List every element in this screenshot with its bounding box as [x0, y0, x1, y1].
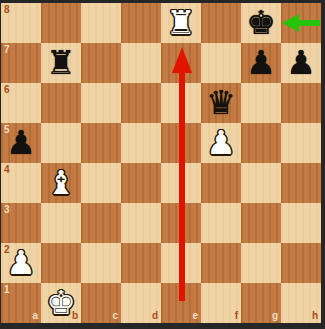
- square-d1[interactable]: d: [121, 283, 161, 323]
- square-f8[interactable]: [201, 3, 241, 43]
- square-f1[interactable]: f: [201, 283, 241, 323]
- square-h2[interactable]: [281, 243, 321, 283]
- square-f7[interactable]: [201, 43, 241, 83]
- square-f6[interactable]: ♛: [201, 83, 241, 123]
- square-h3[interactable]: [281, 203, 321, 243]
- rank-label-3: 3: [4, 204, 10, 215]
- white-bishop-b4[interactable]: ♝: [41, 163, 81, 203]
- rank-label-8: 8: [4, 4, 10, 15]
- square-f4[interactable]: [201, 163, 241, 203]
- square-e3[interactable]: [161, 203, 201, 243]
- black-pawn-h7[interactable]: ♟: [281, 43, 321, 83]
- square-g8[interactable]: ♚: [241, 3, 281, 43]
- rank-label-6: 6: [4, 84, 10, 95]
- square-b5[interactable]: [41, 123, 81, 163]
- square-g5[interactable]: [241, 123, 281, 163]
- square-b3[interactable]: [41, 203, 81, 243]
- white-pawn-a2[interactable]: ♟: [1, 243, 41, 283]
- square-b1[interactable]: b♚: [41, 283, 81, 323]
- square-a6[interactable]: 6: [1, 83, 41, 123]
- square-d8[interactable]: [121, 3, 161, 43]
- square-c1[interactable]: c: [81, 283, 121, 323]
- square-d2[interactable]: [121, 243, 161, 283]
- square-c3[interactable]: [81, 203, 121, 243]
- file-label-a: a: [32, 310, 38, 321]
- file-label-d: d: [152, 310, 158, 321]
- square-e4[interactable]: [161, 163, 201, 203]
- square-h1[interactable]: h: [281, 283, 321, 323]
- square-c7[interactable]: [81, 43, 121, 83]
- square-e5[interactable]: [161, 123, 201, 163]
- square-e8[interactable]: ♜: [161, 3, 201, 43]
- square-c6[interactable]: [81, 83, 121, 123]
- file-label-g: g: [272, 310, 278, 321]
- board-frame: 8♜♚7♜♟♟6♛5♟♟4♝32♟1ab♚cdefgh: [0, 0, 325, 329]
- square-a1[interactable]: 1a: [1, 283, 41, 323]
- black-pawn-g7[interactable]: ♟: [241, 43, 281, 83]
- white-rook-e8[interactable]: ♜: [161, 3, 201, 43]
- square-c2[interactable]: [81, 243, 121, 283]
- square-h8[interactable]: [281, 3, 321, 43]
- square-h7[interactable]: ♟: [281, 43, 321, 83]
- file-label-f: f: [235, 310, 238, 321]
- chess-board: 8♜♚7♜♟♟6♛5♟♟4♝32♟1ab♚cdefgh: [1, 3, 321, 323]
- black-pawn-a5[interactable]: ♟: [1, 123, 41, 163]
- square-g3[interactable]: [241, 203, 281, 243]
- square-a7[interactable]: 7: [1, 43, 41, 83]
- square-b2[interactable]: [41, 243, 81, 283]
- square-d3[interactable]: [121, 203, 161, 243]
- rank-label-1: 1: [4, 284, 10, 295]
- square-b4[interactable]: ♝: [41, 163, 81, 203]
- square-e7[interactable]: [161, 43, 201, 83]
- square-c8[interactable]: [81, 3, 121, 43]
- square-e2[interactable]: [161, 243, 201, 283]
- square-a5[interactable]: 5♟: [1, 123, 41, 163]
- file-label-e: e: [192, 310, 198, 321]
- square-b7[interactable]: ♜: [41, 43, 81, 83]
- black-queen-f6[interactable]: ♛: [201, 83, 241, 123]
- square-b6[interactable]: [41, 83, 81, 123]
- black-king-g8[interactable]: ♚: [241, 3, 281, 43]
- square-f3[interactable]: [201, 203, 241, 243]
- black-rook-b7[interactable]: ♜: [41, 43, 81, 83]
- white-king-b1[interactable]: ♚: [41, 283, 81, 323]
- square-a8[interactable]: 8: [1, 3, 41, 43]
- square-g6[interactable]: [241, 83, 281, 123]
- square-f5[interactable]: ♟: [201, 123, 241, 163]
- square-b8[interactable]: [41, 3, 81, 43]
- square-a4[interactable]: 4: [1, 163, 41, 203]
- square-f2[interactable]: [201, 243, 241, 283]
- square-g7[interactable]: ♟: [241, 43, 281, 83]
- square-d5[interactable]: [121, 123, 161, 163]
- square-c4[interactable]: [81, 163, 121, 203]
- rank-label-4: 4: [4, 164, 10, 175]
- square-h5[interactable]: [281, 123, 321, 163]
- square-d4[interactable]: [121, 163, 161, 203]
- square-a3[interactable]: 3: [1, 203, 41, 243]
- square-g2[interactable]: [241, 243, 281, 283]
- rank-label-7: 7: [4, 44, 10, 55]
- square-g4[interactable]: [241, 163, 281, 203]
- square-d6[interactable]: [121, 83, 161, 123]
- square-g1[interactable]: g: [241, 283, 281, 323]
- white-pawn-f5[interactable]: ♟: [201, 123, 241, 163]
- square-h6[interactable]: [281, 83, 321, 123]
- square-e6[interactable]: [161, 83, 201, 123]
- file-label-h: h: [312, 310, 318, 321]
- square-a2[interactable]: 2♟: [1, 243, 41, 283]
- file-label-c: c: [112, 310, 118, 321]
- square-d7[interactable]: [121, 43, 161, 83]
- square-h4[interactable]: [281, 163, 321, 203]
- square-e1[interactable]: e: [161, 283, 201, 323]
- square-c5[interactable]: [81, 123, 121, 163]
